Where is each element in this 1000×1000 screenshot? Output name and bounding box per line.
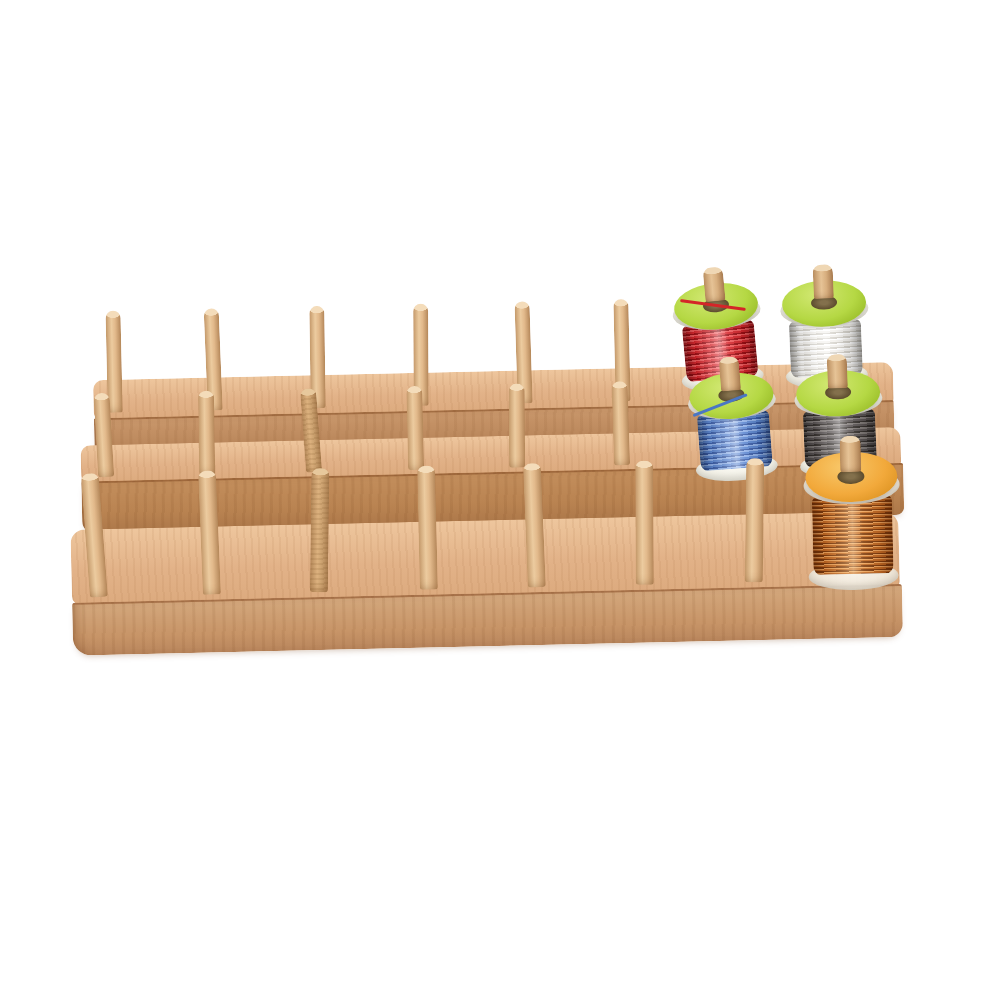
wooden-spool-rack bbox=[65, 286, 933, 657]
product-photo-stage bbox=[0, 0, 1000, 1000]
wooden-peg bbox=[198, 470, 221, 595]
wooden-peg bbox=[745, 458, 765, 582]
copper-wire-spool bbox=[803, 451, 902, 593]
wooden-peg bbox=[523, 463, 546, 588]
wooden-peg bbox=[310, 468, 330, 592]
front-row-pegs bbox=[65, 286, 933, 657]
wire-winding bbox=[812, 495, 894, 575]
wooden-peg bbox=[81, 473, 108, 598]
axle-peg-tip bbox=[839, 436, 861, 472]
wooden-peg bbox=[417, 465, 438, 589]
wooden-peg bbox=[635, 461, 654, 585]
